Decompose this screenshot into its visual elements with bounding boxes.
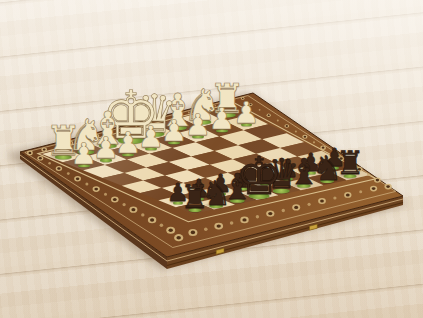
chess-board [0, 0, 423, 318]
chess-set-photo: ♜♞♝♛♚♝♞♜♟♟♟♟♟♟♟♟♟♟♟♟♟♟♟♟♜♞♝♛♚♝♞♜ [0, 0, 423, 318]
